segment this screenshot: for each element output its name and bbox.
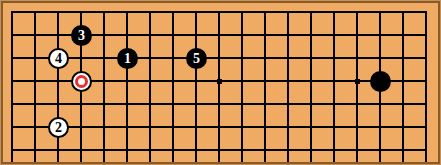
- stone-move-number: 2: [55, 120, 62, 134]
- star-point: [217, 79, 222, 84]
- grid-line-horizontal: [11, 149, 427, 151]
- stone-move-number: 1: [124, 51, 131, 65]
- go-diagram-frame: 34152: [0, 0, 441, 165]
- white-stone: 2: [48, 117, 69, 138]
- stone-move-number: 5: [193, 51, 200, 65]
- grid-line-horizontal: [11, 103, 427, 105]
- black-stone: 5: [186, 48, 207, 69]
- grid-line-horizontal: [11, 126, 427, 128]
- black-stone: 3: [71, 25, 92, 46]
- star-point: [355, 79, 360, 84]
- black-stone: [370, 71, 391, 92]
- black-stone: 1: [117, 48, 138, 69]
- white-stone: [71, 71, 92, 92]
- white-stone: 4: [48, 48, 69, 69]
- circle-marker-icon: [75, 75, 88, 88]
- stone-move-number: 3: [78, 28, 85, 42]
- stone-move-number: 4: [55, 51, 62, 65]
- grid-line-horizontal: [11, 57, 427, 59]
- go-board: 34152: [0, 0, 441, 165]
- grid-line-horizontal: [11, 11, 427, 13]
